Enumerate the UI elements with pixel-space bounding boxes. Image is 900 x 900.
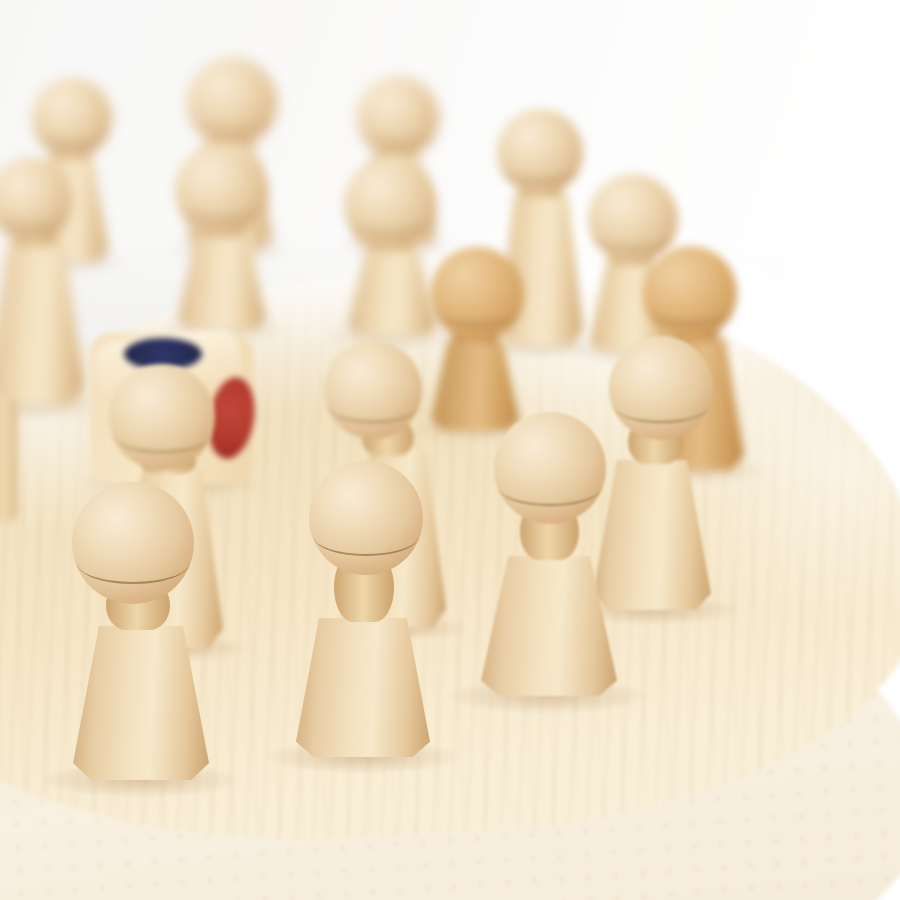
photo-memory-chess-scene [0, 0, 900, 900]
pieces-layer [0, 0, 900, 900]
peg-head [72, 482, 194, 604]
peg-piece-13[interactable] [0, 0, 900, 900]
peg-body [73, 626, 209, 780]
